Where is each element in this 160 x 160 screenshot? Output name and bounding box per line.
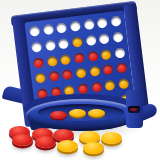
cell-r2c3-empty	[58, 38, 69, 49]
stored-red-disc-edge	[130, 108, 137, 111]
cell-r4c4-yellow-disc	[76, 68, 87, 79]
cell-r3c7-empty	[114, 47, 125, 58]
connect-four-product-photo	[0, 0, 160, 160]
cell-r4c7-red-disc	[116, 63, 127, 74]
cell-r1c6-empty	[97, 17, 108, 28]
cell-r1c2-empty	[43, 24, 54, 35]
cell-r5c5-red-disc	[91, 82, 102, 93]
cell-r2c6-empty	[99, 33, 110, 44]
cell-r2c4-yellow-disc	[72, 36, 83, 47]
cell-r3c3-yellow-disc	[60, 54, 71, 65]
cell-r1c4-empty	[70, 21, 81, 32]
cell-r4c2-red-disc	[48, 71, 59, 82]
cell-r4c3-red-disc	[62, 69, 73, 80]
cell-r1c1-empty	[29, 26, 40, 37]
cell-r5c7-yellow-disc	[118, 78, 129, 89]
cell-r1c5-empty	[83, 19, 94, 30]
cell-r4c5-yellow-disc	[89, 66, 100, 77]
base-tray	[26, 99, 138, 131]
cell-r5c4-red-disc	[77, 83, 88, 94]
cell-r2c5-empty	[85, 35, 96, 46]
cell-r2c7-empty	[113, 31, 124, 42]
cell-r1c7-empty	[111, 16, 122, 27]
cell-r4c6-red-disc	[103, 64, 114, 75]
cell-r4c1-yellow-disc	[35, 73, 46, 84]
cell-r1c3-empty	[56, 22, 67, 33]
cell-r3c6-yellow-disc	[101, 49, 112, 60]
cell-r3c5-red-disc	[87, 50, 98, 61]
cell-r3c1-red-disc	[33, 57, 44, 68]
base-tray-well	[38, 104, 124, 121]
cell-r2c1-empty	[31, 41, 42, 52]
loose-disc-yellow-6	[57, 140, 78, 152]
cell-r5c6-yellow-disc	[105, 80, 116, 91]
right-support-column	[126, 90, 143, 128]
cell-r2c2-empty	[44, 40, 55, 51]
loose-disc-yellow-8	[83, 142, 104, 154]
disc-storage-slot	[128, 106, 140, 113]
cell-r3c4-red-disc	[74, 52, 85, 63]
cell-r3c2-yellow-disc	[46, 55, 57, 66]
